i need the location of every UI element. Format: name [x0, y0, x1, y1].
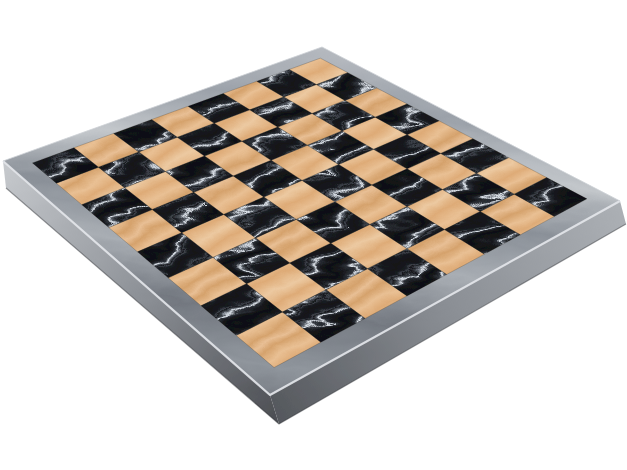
chess-board	[0, 0, 627, 470]
product-photo	[0, 0, 627, 470]
